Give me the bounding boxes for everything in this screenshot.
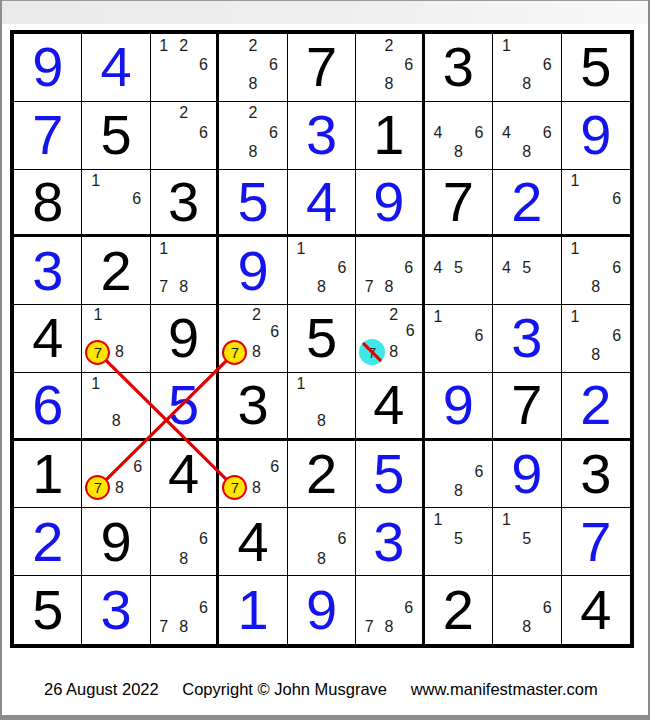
cell-r2c6[interactable]: 1 <box>356 102 424 170</box>
cell-r5c9[interactable]: 168 <box>562 305 630 373</box>
pencil-marks: 168 <box>496 36 557 94</box>
pencil-marks: 178 <box>154 239 213 297</box>
pencil-mark-6: 6 <box>332 530 352 549</box>
cell-r5c6[interactable]: 2678 <box>356 305 424 373</box>
pencil-mark-8: 8 <box>243 142 263 161</box>
cell-r3c1[interactable]: 8 <box>14 170 82 238</box>
cell-r8c7[interactable]: 15 <box>425 508 493 576</box>
pencil-mark-8: 8 <box>106 412 126 431</box>
cell-r4c6[interactable]: 678 <box>356 237 424 305</box>
solved-digit: 2 <box>493 170 560 235</box>
pencil-mark-6: 6 <box>402 323 419 339</box>
cell-r4c8[interactable]: 45 <box>493 237 561 305</box>
given-digit: 3 <box>425 34 492 101</box>
cell-r3c6[interactable]: 9 <box>356 170 424 238</box>
pencil-mark-4: 4 <box>496 259 516 278</box>
pencil-mark-1: 1 <box>85 375 105 394</box>
cell-r1c8[interactable]: 168 <box>493 34 561 102</box>
pencil-mark-1: 1 <box>291 375 311 394</box>
pencil-marks: 45 <box>496 239 557 297</box>
pencil-mark-6: 6 <box>606 259 627 278</box>
pencil-mark-1: 1 <box>85 307 110 323</box>
cell-r9c8[interactable]: 68 <box>493 576 561 644</box>
cell-r3c4[interactable]: 5 <box>219 170 287 238</box>
pencil-mark-6: 6 <box>399 55 419 74</box>
given-digit: 4 <box>562 576 630 644</box>
cell-r4c1[interactable]: 3 <box>14 237 82 305</box>
cell-r7c1[interactable]: 1 <box>14 441 82 509</box>
solved-digit: 5 <box>356 441 421 508</box>
cell-r4c5[interactable]: 168 <box>288 237 356 305</box>
solved-digit: 9 <box>425 373 492 438</box>
pencil-mark-8: 8 <box>517 75 537 94</box>
cell-r4c4[interactable]: 9 <box>219 237 287 305</box>
given-digit: 5 <box>14 576 81 644</box>
footer-website[interactable]: www.manifestmaster.com <box>411 680 598 698</box>
pencil-mark-8: 8 <box>247 475 265 500</box>
solved-digit: 9 <box>219 237 286 304</box>
pencil-mark-8: 8 <box>517 142 537 161</box>
cell-r9c4[interactable]: 1 <box>219 576 287 644</box>
cell-r5c7[interactable]: 16 <box>425 305 493 373</box>
eliminated-candidate-7: 7 <box>359 339 385 365</box>
pencil-mark-5: 5 <box>448 530 468 549</box>
pencil-mark-6: 6 <box>266 459 284 475</box>
given-digit: 2 <box>82 237 149 304</box>
pencil-marks: 468 <box>428 104 489 162</box>
pencil-mark-2: 2 <box>243 36 263 55</box>
solved-digit: 3 <box>288 102 355 169</box>
cell-r7c3[interactable]: 4 <box>151 441 219 509</box>
pencil-marks: 18 <box>85 375 146 431</box>
pencil-mark-1: 1 <box>154 36 174 55</box>
cell-r2c9[interactable]: 9 <box>562 102 630 170</box>
solved-digit: 9 <box>14 34 81 101</box>
pencil-mark-8: 8 <box>448 481 468 500</box>
cell-r3c9[interactable]: 16 <box>562 170 630 238</box>
pencil-mark-1: 1 <box>496 36 516 55</box>
cell-r3c2[interactable]: 16 <box>82 170 150 238</box>
pencil-marks: 68 <box>154 510 213 568</box>
pencil-mark-8: 8 <box>379 617 399 637</box>
cell-r8c3[interactable]: 68 <box>151 508 219 576</box>
pencil-mark-6: 6 <box>194 530 214 549</box>
pencil-mark-6: 6 <box>194 55 214 74</box>
pencil-mark-8: 8 <box>379 278 399 297</box>
cell-r3c7[interactable]: 7 <box>425 170 493 238</box>
pencil-mark-8: 8 <box>517 617 537 637</box>
pencil-mark-8: 8 <box>311 278 331 297</box>
pencil-mark-6: 6 <box>263 55 283 74</box>
pencil-mark-4: 4 <box>428 259 448 278</box>
cell-r8c6[interactable]: 3 <box>356 508 424 576</box>
solved-digit: 4 <box>82 34 149 101</box>
cell-r1c7[interactable]: 3 <box>425 34 493 102</box>
cell-r5c1[interactable]: 4 <box>14 305 82 373</box>
cell-r1c1[interactable]: 9 <box>14 34 82 102</box>
pencil-marks: 268 <box>359 36 418 94</box>
pencil-mark-6: 6 <box>469 326 489 345</box>
solved-digit: 9 <box>288 576 355 644</box>
pencil-mark-6: 6 <box>129 459 147 475</box>
cell-r4c2[interactable]: 2 <box>82 237 150 305</box>
cell-r9c1[interactable]: 5 <box>14 576 82 644</box>
cell-r4c9[interactable]: 168 <box>562 237 630 305</box>
cell-r3c5[interactable]: 4 <box>288 170 356 238</box>
pencil-mark-6: 6 <box>332 259 352 278</box>
pencil-marks: 16 <box>428 307 489 365</box>
sudoku-board: 9412626872683168575262683146846898163549… <box>10 30 634 648</box>
pencil-mark-5: 5 <box>448 259 468 278</box>
cell-r9c5[interactable]: 9 <box>288 576 356 644</box>
solved-digit: 3 <box>493 305 560 372</box>
cell-r8c8[interactable]: 15 <box>493 508 561 576</box>
given-digit: 2 <box>425 576 492 644</box>
cell-r6c2[interactable]: 18 <box>82 373 150 441</box>
pencil-marks: 468 <box>496 104 557 162</box>
given-digit: 4 <box>151 441 216 508</box>
pencil-marks: 45 <box>428 239 489 297</box>
pencil-marks: 16 <box>565 172 627 228</box>
given-digit: 9 <box>151 305 216 372</box>
footer-copyright: Copyright © John Musgrave <box>182 680 387 698</box>
pencil-mark-6: 6 <box>266 323 284 339</box>
cell-r7c5[interactable]: 2 <box>288 441 356 509</box>
solved-digit: 9 <box>356 170 421 235</box>
given-digit: 5 <box>288 305 355 372</box>
pencil-mark-7: 7 <box>359 278 379 297</box>
given-digit: 1 <box>356 102 421 169</box>
pencil-marks: 678 <box>154 578 213 637</box>
pencil-marks: 126 <box>154 36 213 94</box>
pencil-mark-6: 6 <box>469 462 489 481</box>
title-strip <box>2 1 648 24</box>
cell-r1c9[interactable]: 5 <box>562 34 630 102</box>
solved-digit: 5 <box>219 170 286 235</box>
pencil-mark-1: 1 <box>565 239 586 258</box>
pencil-mark-8: 8 <box>174 617 194 637</box>
pencil-marks: 168 <box>291 239 352 297</box>
cell-r3c3[interactable]: 3 <box>151 170 219 238</box>
pencil-marks: 2678 <box>222 307 283 365</box>
pencil-mark-6: 6 <box>194 598 214 618</box>
pencil-mark-6: 6 <box>399 259 419 278</box>
pencil-mark-4: 4 <box>496 123 516 142</box>
cell-r6c6[interactable]: 4 <box>356 373 424 441</box>
pencil-mark-2: 2 <box>385 307 402 323</box>
pencil-mark-2: 2 <box>174 104 194 123</box>
cell-r9c7[interactable]: 2 <box>425 576 493 644</box>
pencil-mark-6: 6 <box>537 123 557 142</box>
pencil-mark-5: 5 <box>517 259 537 278</box>
solved-digit: 1 <box>219 576 286 644</box>
pencil-mark-8: 8 <box>110 475 128 500</box>
cell-r9c2[interactable]: 3 <box>82 576 150 644</box>
pencil-mark-1: 1 <box>565 172 586 191</box>
given-digit: 4 <box>219 508 286 575</box>
pencil-mark-6: 6 <box>263 123 283 142</box>
pencil-marks: 2678 <box>359 307 418 365</box>
given-digit: 4 <box>14 305 81 372</box>
cell-r7c8[interactable]: 9 <box>493 441 561 509</box>
cell-r2c2[interactable]: 5 <box>82 102 150 170</box>
given-digit: 9 <box>82 508 149 575</box>
pencil-mark-1: 1 <box>496 510 516 529</box>
footer: 26 August 2022 Copyright © John Musgrave… <box>44 680 598 699</box>
xwing-candidate-7: 7 <box>85 475 110 500</box>
cell-r5c5[interactable]: 5 <box>288 305 356 373</box>
cell-r2c4[interactable]: 268 <box>219 102 287 170</box>
cell-r1c3[interactable]: 126 <box>151 34 219 102</box>
cell-r9c3[interactable]: 678 <box>151 576 219 644</box>
pencil-mark-8: 8 <box>110 340 128 365</box>
cell-r8c1[interactable]: 2 <box>14 508 82 576</box>
given-digit: 3 <box>151 170 216 235</box>
xwing-candidate-7: 7 <box>85 340 110 365</box>
given-digit: 1 <box>14 441 81 508</box>
pencil-mark-8: 8 <box>385 339 402 365</box>
cell-r5c8[interactable]: 3 <box>493 305 561 373</box>
cell-r6c3[interactable]: 5 <box>151 373 219 441</box>
cell-r8c2[interactable]: 9 <box>82 508 150 576</box>
solved-digit: 5 <box>151 373 216 438</box>
pencil-marks: 678 <box>222 443 283 501</box>
given-digit: 4 <box>356 373 421 438</box>
pencil-marks: 26 <box>154 104 213 162</box>
solved-digit: 2 <box>14 508 81 575</box>
given-digit: 5 <box>82 102 149 169</box>
given-digit: 8 <box>14 170 81 235</box>
pencil-mark-6: 6 <box>606 326 627 345</box>
cell-r1c2[interactable]: 4 <box>82 34 150 102</box>
pencil-mark-1: 1 <box>291 239 311 258</box>
pencil-marks: 678 <box>359 239 418 297</box>
cell-r6c9[interactable]: 2 <box>562 373 630 441</box>
pencil-mark-8: 8 <box>247 340 265 365</box>
pencil-mark-2: 2 <box>247 307 265 323</box>
cell-r2c5[interactable]: 3 <box>288 102 356 170</box>
xwing-candidate-7: 7 <box>222 340 247 365</box>
solved-digit: 7 <box>14 102 81 169</box>
cell-r9c6[interactable]: 678 <box>356 576 424 644</box>
pencil-mark-7: 7 <box>154 278 174 297</box>
pencil-mark-2: 2 <box>243 104 263 123</box>
pencil-marks: 16 <box>85 172 146 228</box>
pencil-mark-8: 8 <box>174 278 194 297</box>
cell-r1c5[interactable]: 7 <box>288 34 356 102</box>
cell-r9c9[interactable]: 4 <box>562 576 630 644</box>
pencil-mark-8: 8 <box>174 549 194 568</box>
pencil-mark-4: 4 <box>428 123 448 142</box>
footer-date: 26 August 2022 <box>44 680 159 698</box>
pencil-mark-5: 5 <box>517 530 537 549</box>
given-digit: 3 <box>562 441 630 508</box>
pencil-mark-6: 6 <box>126 190 146 209</box>
cell-r2c3[interactable]: 26 <box>151 102 219 170</box>
pencil-marks: 678 <box>359 578 418 637</box>
solved-digit: 3 <box>356 508 421 575</box>
solved-digit: 3 <box>82 576 149 644</box>
solved-digit: 7 <box>562 508 630 575</box>
pencil-mark-8: 8 <box>379 75 399 94</box>
cell-r6c7[interactable]: 9 <box>425 373 493 441</box>
cell-r4c3[interactable]: 178 <box>151 237 219 305</box>
solved-digit: 3 <box>14 237 81 304</box>
cell-r5c2[interactable]: 178 <box>82 305 150 373</box>
pencil-mark-8: 8 <box>585 346 606 365</box>
pencil-mark-6: 6 <box>606 190 627 209</box>
cell-r2c8[interactable]: 468 <box>493 102 561 170</box>
cell-r8c5[interactable]: 68 <box>288 508 356 576</box>
pencil-mark-1: 1 <box>428 307 448 326</box>
solved-digit: 4 <box>288 170 355 235</box>
pencil-marks: 18 <box>291 375 352 431</box>
cell-r7c6[interactable]: 5 <box>356 441 424 509</box>
pencil-mark-1: 1 <box>85 172 105 191</box>
pencil-mark-2: 2 <box>379 36 399 55</box>
given-digit: 7 <box>425 170 492 235</box>
pencil-mark-6: 6 <box>399 598 419 618</box>
pencil-marks: 15 <box>428 510 489 568</box>
given-digit: 2 <box>288 441 355 508</box>
pencil-mark-8: 8 <box>311 412 331 431</box>
cell-r6c1[interactable]: 6 <box>14 373 82 441</box>
given-digit: 3 <box>219 373 286 438</box>
cell-r7c9[interactable]: 3 <box>562 441 630 509</box>
pencil-marks: 268 <box>222 104 283 162</box>
pencil-mark-6: 6 <box>537 598 557 618</box>
pencil-mark-7: 7 <box>359 617 379 637</box>
cell-r7c4[interactable]: 678 <box>219 441 287 509</box>
pencil-marks: 178 <box>85 307 146 365</box>
cell-r8c9[interactable]: 7 <box>562 508 630 576</box>
cell-r6c5[interactable]: 18 <box>288 373 356 441</box>
pencil-mark-8: 8 <box>448 142 468 161</box>
pencil-mark-8: 8 <box>585 278 606 297</box>
cell-r5c3[interactable]: 9 <box>151 305 219 373</box>
pencil-marks: 678 <box>85 443 146 501</box>
cell-r2c7[interactable]: 468 <box>425 102 493 170</box>
pencil-mark-1: 1 <box>154 239 174 258</box>
pencil-mark-6: 6 <box>469 123 489 142</box>
given-digit: 7 <box>493 373 560 438</box>
pencil-marks: 68 <box>428 443 489 501</box>
pencil-mark-6: 6 <box>537 55 557 74</box>
cell-r7c7[interactable]: 68 <box>425 441 493 509</box>
cell-r2c1[interactable]: 7 <box>14 102 82 170</box>
pencil-marks: 168 <box>565 307 627 365</box>
pencil-marks: 68 <box>291 510 352 568</box>
solved-digit: 2 <box>562 373 630 438</box>
cell-r6c4[interactable]: 3 <box>219 373 287 441</box>
cell-r3c8[interactable]: 2 <box>493 170 561 238</box>
pencil-mark-8: 8 <box>243 75 263 94</box>
cell-r7c2[interactable]: 678 <box>82 441 150 509</box>
pencil-marks: 15 <box>496 510 557 568</box>
pencil-mark-8: 8 <box>311 549 331 568</box>
given-digit: 7 <box>288 34 355 101</box>
cell-r1c4[interactable]: 268 <box>219 34 287 102</box>
pencil-mark-1: 1 <box>428 510 448 529</box>
pencil-marks: 268 <box>222 36 283 94</box>
solved-digit: 9 <box>493 441 560 508</box>
pencil-mark-7: 7 <box>154 617 174 637</box>
pencil-marks: 168 <box>565 239 627 297</box>
pencil-mark-2: 2 <box>174 36 194 55</box>
given-digit: 5 <box>562 34 630 101</box>
pencil-marks: 68 <box>496 578 557 637</box>
cell-r1c6[interactable]: 268 <box>356 34 424 102</box>
solved-digit: 9 <box>562 102 630 169</box>
solved-digit: 6 <box>14 373 81 438</box>
cell-r8c4[interactable]: 4 <box>219 508 287 576</box>
cell-r5c4[interactable]: 2678 <box>219 305 287 373</box>
page: 9412626872683168575262683146846898163549… <box>0 0 650 720</box>
pencil-mark-6: 6 <box>194 123 214 142</box>
pencil-mark-1: 1 <box>565 307 586 326</box>
cell-r4c7[interactable]: 45 <box>425 237 493 305</box>
cell-r6c8[interactable]: 7 <box>493 373 561 441</box>
xwing-candidate-7: 7 <box>222 475 247 500</box>
